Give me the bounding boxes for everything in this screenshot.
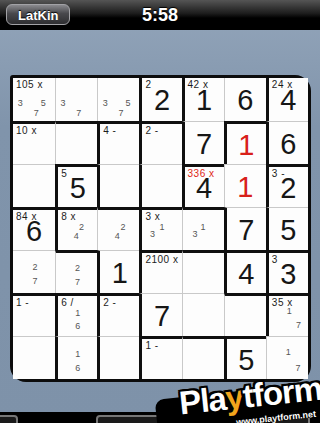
pencil-mark: 2 [75,263,80,273]
entered-digit: 2 [142,78,181,121]
grid-cell-r1c1[interactable] [55,121,97,164]
entered-digit: 5 [269,208,308,250]
watermark: Playtform www.playtform.net [134,379,320,423]
entered-digit: 1 [225,165,266,207]
pencil-mark: 7 [75,277,80,287]
entered-digit: 5 [227,339,266,379]
pencil-mark: 1 [75,349,80,359]
grid-cell-r6c2[interactable] [97,336,139,379]
cage-label: 1 - [16,297,29,308]
pencil-mark: 4 [115,231,120,241]
navigation-bar: LatKin 5:58 [0,0,320,30]
entered-digit: 1 [100,251,139,293]
pencil-mark: 5 [41,98,46,108]
grid-cell-r3c1[interactable]: 8 x24 [55,207,97,250]
grid-cell-r4c2[interactable]: 1 [97,250,139,293]
entered-digit: 6 [225,78,266,121]
cage-label: 8 x [61,211,76,222]
cage-label: 4 - [103,125,116,136]
pencil-mark: 7 [34,108,39,118]
pencil-mark: 7 [296,320,301,330]
kenken-grid: 105 x357373572242 x1624 x410 x4 -2 -7165… [13,78,308,379]
grid-cell-r5c1[interactable]: 6 /16 [55,293,97,336]
grid-cell-r1c4[interactable]: 7 [182,121,224,164]
grid-cell-r4c0[interactable]: 27 [13,250,55,293]
pencil-mark: 2 [79,222,84,232]
pencil-mark: 7 [76,108,81,118]
cage-label: 3 x [145,211,160,222]
pencil-mark: 3 [18,98,23,108]
pencil-mark: 3 [103,98,108,108]
grid-cell-r2c5[interactable]: 1 [224,164,266,207]
grid-cell-r0c2[interactable]: 357 [97,78,139,121]
pencil-mark: 3 [150,229,155,239]
pencil-mark: 1 [287,306,292,316]
cage-label: 2 - [145,125,158,136]
grid-cell-r5c5[interactable] [224,293,266,336]
cage-label: 10 x [16,125,37,136]
grid-cell-r3c3[interactable]: 3 x13 [139,207,181,250]
grid-cell-r4c4[interactable] [182,250,224,293]
grid-cell-r1c0[interactable]: 10 x [13,121,55,164]
back-button[interactable]: LatKin [6,4,70,25]
grid-cell-r1c2[interactable]: 4 - [97,121,139,164]
grid-cell-r1c6[interactable]: 6 [266,121,308,164]
cage-label: 105 x [16,79,43,90]
grid-cell-r0c0[interactable]: 105 x357 [13,78,55,121]
grid-cell-r4c1[interactable]: 27 [55,250,97,293]
pencil-mark: 6 [75,363,80,373]
toolbar-button-outline [0,415,18,423]
grid-cell-r2c1[interactable]: 55 [55,164,97,207]
grid-cell-r6c1[interactable]: 16 [55,336,97,379]
grid-cell-r1c3[interactable]: 2 - [139,121,181,164]
puzzle-board: 105 x357373572242 x1624 x410 x4 -2 -7165… [10,75,311,382]
grid-cell-r4c6[interactable]: 33 [266,250,308,293]
grid-cell-r2c4[interactable]: 336 x4 [182,164,224,207]
entered-digit: 5 [58,167,97,207]
grid-cell-r0c6[interactable]: 24 x4 [266,78,308,121]
pencil-mark: 7 [32,276,37,286]
grid-cell-r6c0[interactable] [13,336,55,379]
entered-digit: 6 [13,210,55,250]
grid-cell-r4c5[interactable]: 4 [224,250,266,293]
entered-digit: 7 [185,122,224,164]
grid-cell-r2c6[interactable]: 3 -2 [266,164,308,207]
pencil-mark: 3 [192,229,197,239]
grid-cell-r3c5[interactable]: 7 [224,207,266,250]
grid-cell-r3c0[interactable]: 84 x6 [13,207,55,250]
grid-cell-r2c3[interactable] [139,164,181,207]
cage-label: 6 / [61,297,74,308]
grid-cell-r5c6[interactable]: 35 x17 [266,293,308,336]
pencil-mark: 1 [201,222,206,232]
grid-cell-r6c4[interactable] [182,336,224,379]
grid-cell-r6c3[interactable]: 1 - [139,336,181,379]
pencil-mark: 1 [159,222,164,232]
entered-digit: 1 [185,78,224,121]
pencil-mark: 1 [75,308,80,318]
grid-cell-r5c0[interactable]: 1 - [13,293,55,336]
grid-cell-r2c0[interactable] [13,164,55,207]
grid-cell-r5c4[interactable] [182,293,224,336]
entered-digit: 6 [269,122,308,164]
pencil-mark: 6 [75,321,80,331]
grid-cell-r4c3[interactable]: 2100 x [139,250,181,293]
entered-digit: 2 [269,167,308,207]
pencil-mark: 5 [125,98,130,108]
grid-cell-r0c5[interactable]: 6 [224,78,266,121]
entered-digit: 3 [269,253,308,293]
entered-digit: 4 [269,78,308,121]
entered-digit: 4 [185,167,224,207]
entered-digit: 1 [227,124,266,164]
pencil-mark: 4 [74,231,79,241]
pencil-mark: 7 [118,108,123,118]
grid-cell-r6c5[interactable]: 5 [224,336,266,379]
grid-cell-r3c4[interactable]: 13 [182,207,224,250]
pencil-mark: 2 [32,262,37,272]
grid-cell-r5c3[interactable]: 7 [139,293,181,336]
pencil-mark: 1 [286,347,291,357]
grid-cell-r0c1[interactable]: 37 [55,78,97,121]
cage-label: 2 - [103,297,116,308]
grid-cell-r3c6[interactable]: 5 [266,207,308,250]
pencil-mark: 3 [61,98,66,108]
pencil-mark: 2 [120,222,125,232]
entered-digit: 4 [227,253,266,293]
grid-cell-r5c2[interactable]: 2 - [97,293,139,336]
grid-cell-r0c4[interactable]: 42 x1 [182,78,224,121]
cage-label: 2100 x [145,254,178,265]
grid-cell-r3c2[interactable]: 24 [97,207,139,250]
entered-digit: 7 [142,294,181,336]
grid-cell-r0c3[interactable]: 22 [139,78,181,121]
entered-digit: 7 [227,208,266,250]
grid-cell-r2c2[interactable] [97,164,139,207]
grid-cell-r1c5[interactable]: 1 [224,121,266,164]
cage-label: 1 - [145,340,158,351]
